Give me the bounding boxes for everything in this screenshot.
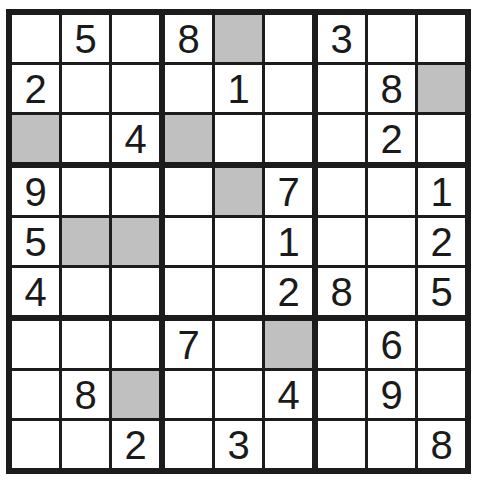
cell-r3c7[interactable] bbox=[318, 115, 365, 162]
cell-r4c5[interactable] bbox=[215, 168, 262, 215]
cell-r8c8[interactable]: 9 bbox=[368, 371, 415, 418]
cell-r4c3[interactable] bbox=[112, 168, 159, 215]
cell-r2c2[interactable] bbox=[62, 65, 109, 112]
cell-r6c9[interactable]: 5 bbox=[418, 268, 465, 315]
cell-r2c9[interactable] bbox=[418, 65, 465, 112]
cell-r8c4[interactable] bbox=[165, 371, 212, 418]
cell-r3c9[interactable] bbox=[418, 115, 465, 162]
cell-r2c5[interactable]: 1 bbox=[215, 65, 262, 112]
cell-r1c2[interactable]: 5 bbox=[62, 15, 109, 62]
sudoku-page: 52481382954712128582743698 bbox=[0, 0, 477, 483]
cell-r6c1[interactable]: 4 bbox=[12, 268, 59, 315]
cell-r3c3[interactable]: 4 bbox=[112, 115, 159, 162]
cell-r8c7[interactable] bbox=[318, 371, 365, 418]
sudoku-box-7: 82 bbox=[12, 321, 159, 468]
cell-r5c6[interactable]: 1 bbox=[265, 218, 312, 265]
cell-r7c6[interactable] bbox=[265, 321, 312, 368]
cell-r5c8[interactable] bbox=[368, 218, 415, 265]
cell-r4c4[interactable] bbox=[165, 168, 212, 215]
cell-r9c8[interactable] bbox=[368, 421, 415, 468]
sudoku-box-5: 712 bbox=[165, 168, 312, 315]
cell-r9c7[interactable] bbox=[318, 421, 365, 468]
cell-r3c2[interactable] bbox=[62, 115, 109, 162]
cell-r4c6[interactable]: 7 bbox=[265, 168, 312, 215]
cell-r2c3[interactable] bbox=[112, 65, 159, 112]
sudoku-board: 52481382954712128582743698 bbox=[6, 9, 471, 474]
cell-r8c5[interactable] bbox=[215, 371, 262, 418]
sudoku-box-2: 81 bbox=[165, 15, 312, 162]
cell-r4c9[interactable]: 1 bbox=[418, 168, 465, 215]
cell-r9c5[interactable]: 3 bbox=[215, 421, 262, 468]
cell-r6c5[interactable] bbox=[215, 268, 262, 315]
cell-r4c7[interactable] bbox=[318, 168, 365, 215]
cell-r5c1[interactable]: 5 bbox=[12, 218, 59, 265]
cell-r4c1[interactable]: 9 bbox=[12, 168, 59, 215]
cell-r6c2[interactable] bbox=[62, 268, 109, 315]
cell-r8c2[interactable]: 8 bbox=[62, 371, 109, 418]
cell-r5c3[interactable] bbox=[112, 218, 159, 265]
cell-r6c6[interactable]: 2 bbox=[265, 268, 312, 315]
cell-r1c4[interactable]: 8 bbox=[165, 15, 212, 62]
cell-r1c5[interactable] bbox=[215, 15, 262, 62]
cell-r7c2[interactable] bbox=[62, 321, 109, 368]
sudoku-box-4: 954 bbox=[12, 168, 159, 315]
cell-r7c5[interactable] bbox=[215, 321, 262, 368]
cell-r4c8[interactable] bbox=[368, 168, 415, 215]
cell-r1c7[interactable]: 3 bbox=[318, 15, 365, 62]
cell-r1c9[interactable] bbox=[418, 15, 465, 62]
cell-r6c3[interactable] bbox=[112, 268, 159, 315]
cell-r5c5[interactable] bbox=[215, 218, 262, 265]
cell-r1c8[interactable] bbox=[368, 15, 415, 62]
cell-r7c1[interactable] bbox=[12, 321, 59, 368]
cell-r9c6[interactable] bbox=[265, 421, 312, 468]
cell-r2c6[interactable] bbox=[265, 65, 312, 112]
cell-r6c8[interactable] bbox=[368, 268, 415, 315]
cell-r9c2[interactable] bbox=[62, 421, 109, 468]
sudoku-box-6: 1285 bbox=[318, 168, 465, 315]
cell-r5c9[interactable]: 2 bbox=[418, 218, 465, 265]
cell-r7c9[interactable] bbox=[418, 321, 465, 368]
cell-r9c1[interactable] bbox=[12, 421, 59, 468]
cell-r3c6[interactable] bbox=[265, 115, 312, 162]
sudoku-box-8: 743 bbox=[165, 321, 312, 468]
cell-r8c6[interactable]: 4 bbox=[265, 371, 312, 418]
cell-r7c8[interactable]: 6 bbox=[368, 321, 415, 368]
cell-r9c4[interactable] bbox=[165, 421, 212, 468]
cell-r7c7[interactable] bbox=[318, 321, 365, 368]
cell-r7c3[interactable] bbox=[112, 321, 159, 368]
cell-r2c8[interactable]: 8 bbox=[368, 65, 415, 112]
sudoku-box-3: 382 bbox=[318, 15, 465, 162]
cell-r1c1[interactable] bbox=[12, 15, 59, 62]
cell-r8c1[interactable] bbox=[12, 371, 59, 418]
cell-r3c4[interactable] bbox=[165, 115, 212, 162]
cell-r5c4[interactable] bbox=[165, 218, 212, 265]
cell-r3c8[interactable]: 2 bbox=[368, 115, 415, 162]
cell-r3c1[interactable] bbox=[12, 115, 59, 162]
sudoku-box-9: 698 bbox=[318, 321, 465, 468]
cell-r7c4[interactable]: 7 bbox=[165, 321, 212, 368]
cell-r6c4[interactable] bbox=[165, 268, 212, 315]
cell-r9c9[interactable]: 8 bbox=[418, 421, 465, 468]
cell-r6c7[interactable]: 8 bbox=[318, 268, 365, 315]
cell-r8c3[interactable] bbox=[112, 371, 159, 418]
sudoku-box-1: 524 bbox=[12, 15, 159, 162]
cell-r2c4[interactable] bbox=[165, 65, 212, 112]
cell-r1c6[interactable] bbox=[265, 15, 312, 62]
cell-r2c1[interactable]: 2 bbox=[12, 65, 59, 112]
cell-r8c9[interactable] bbox=[418, 371, 465, 418]
cell-r5c2[interactable] bbox=[62, 218, 109, 265]
cell-r5c7[interactable] bbox=[318, 218, 365, 265]
cell-r2c7[interactable] bbox=[318, 65, 365, 112]
cell-r1c3[interactable] bbox=[112, 15, 159, 62]
cell-r3c5[interactable] bbox=[215, 115, 262, 162]
cell-r9c3[interactable]: 2 bbox=[112, 421, 159, 468]
cell-r4c2[interactable] bbox=[62, 168, 109, 215]
